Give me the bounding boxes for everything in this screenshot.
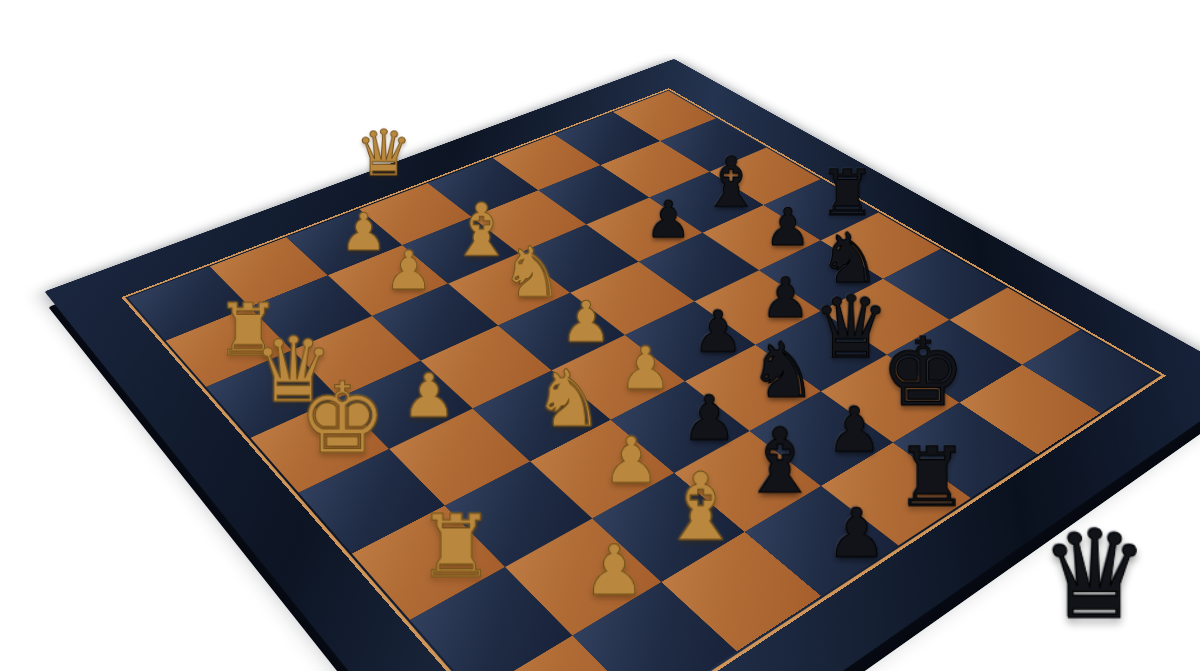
piece-black-king-g6[interactable]: ♚ — [880, 325, 965, 420]
piece-white-king-d1[interactable]: ♚ — [298, 369, 386, 468]
piece-white-bishop-g3[interactable]: ♝ — [658, 460, 742, 554]
chess-board: ♟♜♟♝♛♞♟♝♚♟♟♟♜♞♟♟♟♞♜♟♟♞♛♟♝♝♟♚♟♜ ♛ ♛ — [44, 59, 1200, 671]
piece-black-pawn-d7[interactable]: ♟ — [764, 202, 810, 254]
piece-black-pawn-h4[interactable]: ♟ — [826, 500, 887, 568]
perspective-scene: ♟♜♟♝♛♞♟♝♚♟♟♟♜♞♟♟♟♞♜♟♟♞♛♟♝♝♟♚♟♜ ♛ ♛ — [0, 0, 1200, 671]
piece-white-pawn-f3[interactable]: ♟ — [602, 429, 659, 493]
piece-black-bishop-g4[interactable]: ♝ — [739, 416, 820, 506]
piece-black-queen-f6[interactable]: ♛ — [812, 284, 890, 371]
piece-white-pawn-b3[interactable]: ♟ — [384, 244, 432, 298]
piece-white-knight-e3[interactable]: ♞ — [533, 359, 604, 438]
piece-black-pawn-f4[interactable]: ♟ — [682, 388, 737, 450]
piece-black-rook-h5[interactable]: ♜ — [895, 437, 968, 519]
piece-white-pawn-a3[interactable]: ♟ — [340, 206, 387, 258]
board-squares-grid: ♟♜♟♝♛♞♟♝♚♟♟♟♜♞♟♟♟♞♜♟♟♞♛♟♝♝♟♚♟♜ — [128, 91, 1159, 671]
piece-white-pawn-d4[interactable]: ♟ — [561, 294, 612, 351]
piece-black-pawn-e5[interactable]: ♟ — [692, 303, 743, 360]
off-board-white-extra-queen[interactable]: ♛ — [355, 121, 412, 185]
piece-black-rook-d8[interactable]: ♜ — [819, 162, 875, 225]
chess-set-photo: ♟♜♟♝♛♞♟♝♚♟♟♟♜♞♟♟♟♞♜♟♟♞♛♟♝♝♟♚♟♜ ♛ ♛ — [0, 0, 1200, 671]
piece-white-knight-c4[interactable]: ♞ — [500, 237, 563, 307]
piece-white-pawn-d2[interactable]: ♟ — [402, 366, 456, 427]
board-border: ♟♜♟♝♛♞♟♝♚♟♟♟♜♞♟♟♟♞♜♟♟♞♛♟♝♝♟♚♟♜ ♛ ♛ — [44, 59, 1200, 671]
piece-white-pawn-e4[interactable]: ♟ — [619, 339, 672, 398]
piece-white-rook-f1[interactable]: ♜ — [417, 504, 494, 590]
piece-black-knight-f5[interactable]: ♞ — [748, 332, 817, 409]
piece-black-pawn-c6[interactable]: ♟ — [645, 194, 691, 245]
piece-black-pawn-g5[interactable]: ♟ — [826, 399, 882, 461]
piece-white-pawn-g2[interactable]: ♟ — [583, 535, 646, 605]
piece-black-bishop-c7[interactable]: ♝ — [699, 147, 761, 217]
off-board-black-extra-queen[interactable]: ♛ — [1040, 514, 1150, 636]
piece-black-pawn-e6[interactable]: ♟ — [761, 270, 811, 326]
